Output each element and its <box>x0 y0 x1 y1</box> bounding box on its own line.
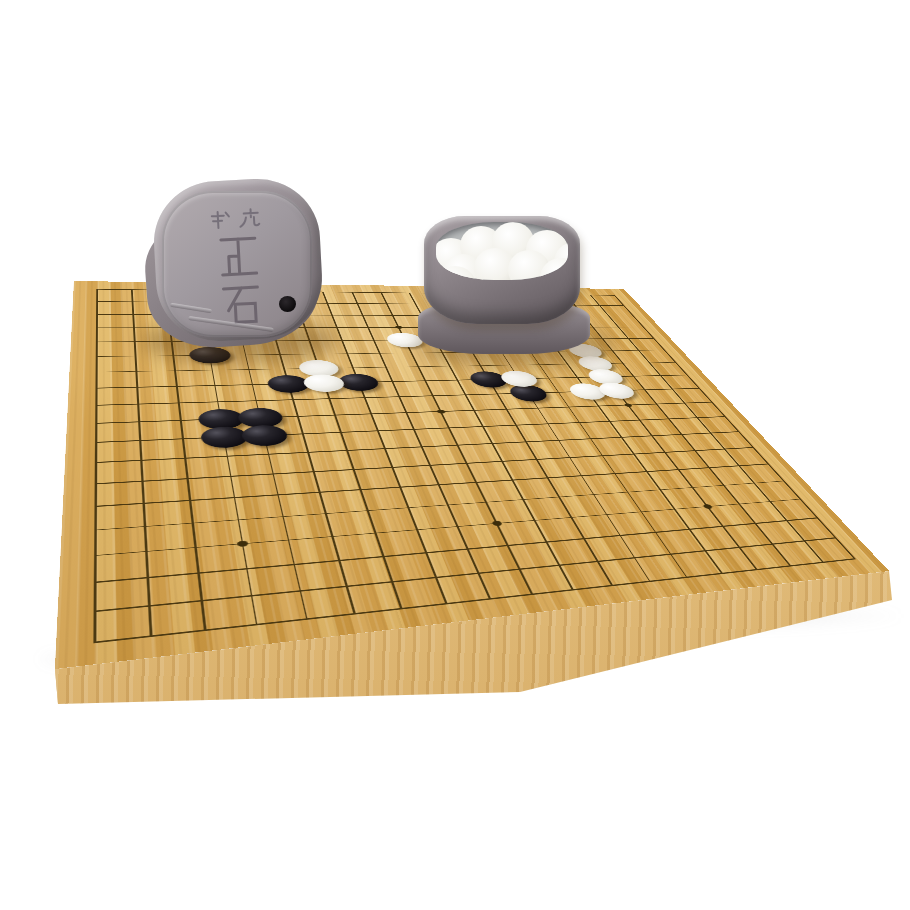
closed-stone-bowl <box>148 178 326 352</box>
go-scene: Bamboo 19x19 Go board with stone bowls <box>0 0 910 910</box>
lid-vent-hole <box>279 296 296 312</box>
open-stone-bowl <box>414 210 616 356</box>
lid-kanji-small <box>209 207 262 232</box>
lid-kanji-main <box>216 233 265 327</box>
white-stone-heap <box>436 222 568 280</box>
